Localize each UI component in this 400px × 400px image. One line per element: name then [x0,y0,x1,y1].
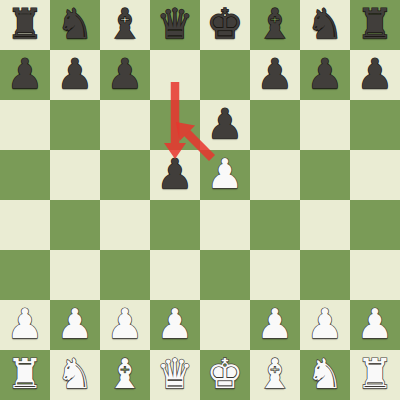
square-g7[interactable]: ♟ [300,50,350,100]
square-a5[interactable] [0,150,50,200]
square-d5[interactable]: ♟ [150,150,200,200]
square-c6[interactable] [100,100,150,150]
black-bishop[interactable]: ♝ [107,0,144,49]
square-f5[interactable] [250,150,300,200]
black-rook[interactable]: ♜ [7,0,44,49]
square-f6[interactable] [250,100,300,150]
black-pawn[interactable]: ♟ [57,49,94,99]
square-f8[interactable]: ♝ [250,0,300,50]
board-squares: ♜♞♝♛♚♝♞♜♟♟♟♟♟♟♟♟♟♟♟♟♟♟♟♟♜♞♝♛♚♝♞♜ [0,0,400,400]
square-e8[interactable]: ♚ [200,0,250,50]
black-pawn[interactable]: ♟ [157,149,194,199]
square-e1[interactable]: ♚ [200,350,250,400]
white-knight[interactable]: ♞ [57,349,94,399]
white-king[interactable]: ♚ [207,349,244,399]
square-d4[interactable] [150,200,200,250]
black-pawn[interactable]: ♟ [357,49,394,99]
square-a8[interactable]: ♜ [0,0,50,50]
square-e5[interactable]: ♟ [200,150,250,200]
square-g1[interactable]: ♞ [300,350,350,400]
black-rook[interactable]: ♜ [357,0,394,49]
black-pawn[interactable]: ♟ [257,49,294,99]
white-pawn[interactable]: ♟ [257,299,294,349]
square-g2[interactable]: ♟ [300,300,350,350]
white-pawn[interactable]: ♟ [157,299,194,349]
square-g6[interactable] [300,100,350,150]
square-e7[interactable] [200,50,250,100]
square-b6[interactable] [50,100,100,150]
square-d3[interactable] [150,250,200,300]
square-a2[interactable]: ♟ [0,300,50,350]
square-h5[interactable] [350,150,400,200]
black-king[interactable]: ♚ [207,0,244,49]
square-e4[interactable] [200,200,250,250]
square-d2[interactable]: ♟ [150,300,200,350]
square-a4[interactable] [0,200,50,250]
square-b4[interactable] [50,200,100,250]
square-c4[interactable] [100,200,150,250]
white-pawn[interactable]: ♟ [307,299,344,349]
square-d1[interactable]: ♛ [150,350,200,400]
square-f7[interactable]: ♟ [250,50,300,100]
white-pawn[interactable]: ♟ [207,149,244,199]
square-d7[interactable] [150,50,200,100]
square-d6[interactable] [150,100,200,150]
square-a1[interactable]: ♜ [0,350,50,400]
square-f4[interactable] [250,200,300,250]
white-bishop[interactable]: ♝ [107,349,144,399]
square-h8[interactable]: ♜ [350,0,400,50]
white-rook[interactable]: ♜ [357,349,394,399]
white-pawn[interactable]: ♟ [7,299,44,349]
white-queen[interactable]: ♛ [157,349,194,399]
square-h4[interactable] [350,200,400,250]
square-c8[interactable]: ♝ [100,0,150,50]
white-pawn[interactable]: ♟ [57,299,94,349]
square-h2[interactable]: ♟ [350,300,400,350]
square-f1[interactable]: ♝ [250,350,300,400]
square-g4[interactable] [300,200,350,250]
square-c5[interactable] [100,150,150,200]
square-c1[interactable]: ♝ [100,350,150,400]
square-g5[interactable] [300,150,350,200]
black-knight[interactable]: ♞ [57,0,94,49]
square-e6[interactable]: ♟ [200,100,250,150]
square-h3[interactable] [350,250,400,300]
square-h7[interactable]: ♟ [350,50,400,100]
black-queen[interactable]: ♛ [157,0,194,49]
square-f2[interactable]: ♟ [250,300,300,350]
black-pawn[interactable]: ♟ [7,49,44,99]
square-b3[interactable] [50,250,100,300]
square-c3[interactable] [100,250,150,300]
white-bishop[interactable]: ♝ [257,349,294,399]
square-h6[interactable] [350,100,400,150]
square-c2[interactable]: ♟ [100,300,150,350]
white-knight[interactable]: ♞ [307,349,344,399]
black-pawn[interactable]: ♟ [307,49,344,99]
square-b2[interactable]: ♟ [50,300,100,350]
square-b7[interactable]: ♟ [50,50,100,100]
black-bishop[interactable]: ♝ [257,0,294,49]
black-knight[interactable]: ♞ [307,0,344,49]
white-rook[interactable]: ♜ [7,349,44,399]
square-b5[interactable] [50,150,100,200]
chess-board: ♜♞♝♛♚♝♞♜♟♟♟♟♟♟♟♟♟♟♟♟♟♟♟♟♜♞♝♛♚♝♞♜ [0,0,400,400]
square-h1[interactable]: ♜ [350,350,400,400]
square-e2[interactable] [200,300,250,350]
square-a3[interactable] [0,250,50,300]
square-a7[interactable]: ♟ [0,50,50,100]
square-f3[interactable] [250,250,300,300]
square-d8[interactable]: ♛ [150,0,200,50]
square-g8[interactable]: ♞ [300,0,350,50]
white-pawn[interactable]: ♟ [107,299,144,349]
white-pawn[interactable]: ♟ [357,299,394,349]
square-a6[interactable] [0,100,50,150]
square-b8[interactable]: ♞ [50,0,100,50]
black-pawn[interactable]: ♟ [207,99,244,149]
square-b1[interactable]: ♞ [50,350,100,400]
square-e3[interactable] [200,250,250,300]
square-g3[interactable] [300,250,350,300]
square-c7[interactable]: ♟ [100,50,150,100]
black-pawn[interactable]: ♟ [107,49,144,99]
